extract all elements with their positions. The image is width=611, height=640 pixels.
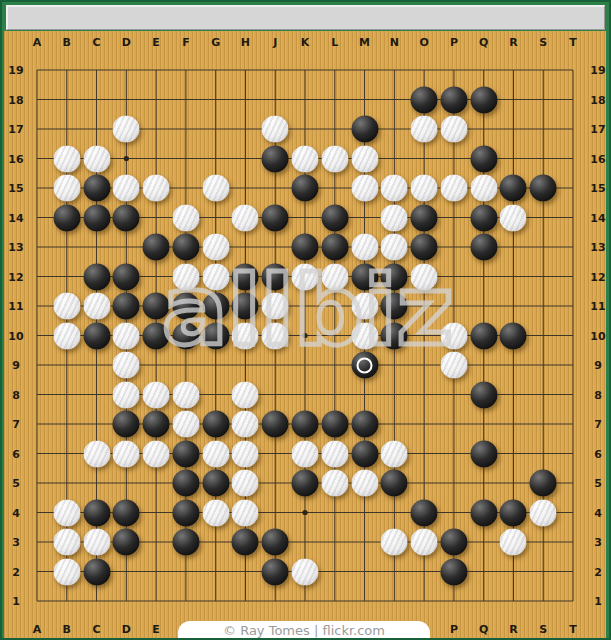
stone-white-N13[interactable] [381,234,408,261]
stone-black-N12[interactable] [381,263,408,290]
col-label-top-G: G [211,36,220,49]
row-label-right-4: 4 [594,506,602,519]
stone-black-K7[interactable] [292,411,319,438]
stone-white-D9[interactable] [113,352,140,379]
stone-white-C3[interactable] [83,529,110,556]
row-label-left-4: 4 [12,506,20,519]
col-label-bottom-A: A [33,623,42,636]
row-label-left-15: 15 [8,182,23,195]
stone-black-B14[interactable] [53,204,80,231]
credit-box: © Ray Tomes | flickr.com [178,621,430,640]
stone-white-G6[interactable] [202,440,229,467]
row-label-right-5: 5 [594,477,602,490]
col-label-top-J: J [273,36,277,49]
stone-black-J2[interactable] [262,558,289,585]
stone-white-B10[interactable] [53,322,80,349]
stone-black-L14[interactable] [321,204,348,231]
row-label-right-10: 10 [590,329,605,342]
stone-black-J7[interactable] [262,411,289,438]
stone-white-C16[interactable] [83,145,110,172]
col-label-bottom-P: P [450,623,458,636]
col-label-top-Q: Q [479,36,488,49]
stone-black-P3[interactable] [440,529,467,556]
row-label-right-11: 11 [590,300,605,313]
stone-white-P17[interactable] [440,116,467,143]
row-label-left-14: 14 [8,211,23,224]
col-label-top-A: A [33,36,42,49]
stone-white-J17[interactable] [262,116,289,143]
row-label-right-17: 17 [590,123,605,136]
stone-white-H5[interactable] [232,470,259,497]
stone-black-C2[interactable] [83,558,110,585]
row-label-right-14: 14 [590,211,605,224]
stone-black-F10[interactable] [172,322,199,349]
stone-white-J10[interactable] [262,322,289,349]
row-label-right-19: 19 [590,64,605,77]
last-move-marker [357,357,373,373]
stone-black-Q10[interactable] [470,322,497,349]
stone-white-B2[interactable] [53,558,80,585]
stone-white-N6[interactable] [381,440,408,467]
stone-black-M17[interactable] [351,116,378,143]
row-label-left-1: 1 [12,595,20,608]
stone-black-E10[interactable] [143,322,170,349]
stone-white-P9[interactable] [440,352,467,379]
stone-black-R10[interactable] [500,322,527,349]
stone-black-P2[interactable] [440,558,467,585]
stone-white-F7[interactable] [172,411,199,438]
stone-black-S5[interactable] [530,470,557,497]
stone-white-D17[interactable] [113,116,140,143]
stone-black-J16[interactable] [262,145,289,172]
stone-black-D4[interactable] [113,499,140,526]
stone-black-D3[interactable] [113,529,140,556]
row-label-right-9: 9 [594,359,602,372]
col-label-bottom-Q: Q [479,623,488,636]
stone-white-L12[interactable] [321,263,348,290]
stone-white-L6[interactable] [321,440,348,467]
col-label-top-C: C [93,36,101,49]
stone-white-C11[interactable] [83,293,110,320]
row-label-left-2: 2 [12,565,20,578]
stone-white-B11[interactable] [53,293,80,320]
row-label-left-11: 11 [8,300,23,313]
stone-white-E6[interactable] [143,440,170,467]
stone-black-Q14[interactable] [470,204,497,231]
row-label-left-13: 13 [8,241,23,254]
stone-black-L7[interactable] [321,411,348,438]
col-label-bottom-E: E [152,623,160,636]
stone-black-F13[interactable] [172,234,199,261]
col-label-top-F: F [182,36,190,49]
stone-black-D12[interactable] [113,263,140,290]
stone-black-D14[interactable] [113,204,140,231]
stone-black-K13[interactable] [292,234,319,261]
stone-white-E8[interactable] [143,381,170,408]
stone-black-F5[interactable] [172,470,199,497]
col-label-top-H: H [241,36,250,49]
stone-black-K15[interactable] [292,175,319,202]
stone-white-O15[interactable] [411,175,438,202]
stone-black-E13[interactable] [143,234,170,261]
row-label-right-15: 15 [590,182,605,195]
stone-black-C14[interactable] [83,204,110,231]
stone-black-Q16[interactable] [470,145,497,172]
col-label-top-B: B [63,36,71,49]
stone-white-G12[interactable] [202,263,229,290]
row-label-right-3: 3 [594,536,602,549]
stone-black-G7[interactable] [202,411,229,438]
stone-black-H11[interactable] [232,293,259,320]
row-label-left-5: 5 [12,477,20,490]
row-label-left-16: 16 [8,152,23,165]
col-label-top-M: M [359,36,370,49]
stone-black-C12[interactable] [83,263,110,290]
stone-white-C6[interactable] [83,440,110,467]
stone-white-Q15[interactable] [470,175,497,202]
stone-white-D10[interactable] [113,322,140,349]
stone-black-C4[interactable] [83,499,110,526]
col-label-top-R: R [509,36,517,49]
row-label-right-13: 13 [590,241,605,254]
stone-white-H14[interactable] [232,204,259,231]
row-label-left-9: 9 [12,359,20,372]
row-label-left-19: 19 [8,64,23,77]
stone-white-K6[interactable] [292,440,319,467]
col-label-bottom-D: D [122,623,131,636]
stone-black-C10[interactable] [83,322,110,349]
row-label-right-16: 16 [590,152,605,165]
stone-white-K12[interactable] [292,263,319,290]
row-label-left-12: 12 [8,270,23,283]
stone-white-H4[interactable] [232,499,259,526]
col-label-top-D: D [122,36,131,49]
stone-white-O17[interactable] [411,116,438,143]
stone-white-N14[interactable] [381,204,408,231]
stone-black-L13[interactable] [321,234,348,261]
stone-black-D11[interactable] [113,293,140,320]
stone-black-P18[interactable] [440,86,467,113]
stone-black-Q4[interactable] [470,499,497,526]
row-label-left-17: 17 [8,123,23,136]
stone-white-G4[interactable] [202,499,229,526]
stone-white-D8[interactable] [113,381,140,408]
stone-white-R3[interactable] [500,529,527,556]
stone-white-B15[interactable] [53,175,80,202]
stone-white-N3[interactable] [381,529,408,556]
stone-white-N15[interactable] [381,175,408,202]
stone-white-H10[interactable] [232,322,259,349]
stone-white-D15[interactable] [113,175,140,202]
stone-black-J3[interactable] [262,529,289,556]
stone-white-P15[interactable] [440,175,467,202]
stone-black-E11[interactable] [143,293,170,320]
stone-black-O4[interactable] [411,499,438,526]
stone-black-O14[interactable] [411,204,438,231]
window-title-bar [6,5,605,30]
col-label-top-L: L [331,36,338,49]
stone-black-J14[interactable] [262,204,289,231]
stone-white-F12[interactable] [172,263,199,290]
row-label-right-18: 18 [590,93,605,106]
stone-black-D7[interactable] [113,411,140,438]
credit-text: © Ray Tomes | flickr.com [223,623,385,638]
col-label-bottom-R: R [509,623,517,636]
stone-white-M13[interactable] [351,234,378,261]
stone-white-K16[interactable] [292,145,319,172]
stone-black-E7[interactable] [143,411,170,438]
stone-white-M10[interactable] [351,322,378,349]
row-label-right-6: 6 [594,447,602,460]
col-label-top-O: O [419,36,428,49]
stone-black-K5[interactable] [292,470,319,497]
stone-black-C15[interactable] [83,175,110,202]
stone-white-G13[interactable] [202,234,229,261]
stone-white-S4[interactable] [530,499,557,526]
stone-white-M11[interactable] [351,293,378,320]
stone-black-N10[interactable] [381,322,408,349]
stone-white-B3[interactable] [53,529,80,556]
stone-black-H3[interactable] [232,529,259,556]
stone-black-M12[interactable] [351,263,378,290]
stone-black-Q18[interactable] [470,86,497,113]
stone-black-M9[interactable] [351,352,378,379]
stone-black-F6[interactable] [172,440,199,467]
stone-white-H6[interactable] [232,440,259,467]
stone-white-G15[interactable] [202,175,229,202]
stone-white-B4[interactable] [53,499,80,526]
col-label-bottom-C: C [93,623,101,636]
stone-black-R4[interactable] [500,499,527,526]
stone-black-F4[interactable] [172,499,199,526]
stone-black-M7[interactable] [351,411,378,438]
stone-white-H8[interactable] [232,381,259,408]
row-label-left-18: 18 [8,93,23,106]
stone-black-F3[interactable] [172,529,199,556]
stone-white-L5[interactable] [321,470,348,497]
col-label-bottom-S: S [539,623,547,636]
stone-black-J12[interactable] [262,263,289,290]
stone-black-R15[interactable] [500,175,527,202]
stone-white-M15[interactable] [351,175,378,202]
stone-black-N11[interactable] [381,293,408,320]
row-label-left-10: 10 [8,329,23,342]
stone-black-G11[interactable] [202,293,229,320]
col-label-top-T: T [569,36,577,49]
col-label-bottom-T: T [569,623,577,636]
stone-black-Q8[interactable] [470,381,497,408]
col-label-top-N: N [390,36,399,49]
stone-black-O13[interactable] [411,234,438,261]
row-label-left-8: 8 [12,388,20,401]
col-label-bottom-B: B [63,623,71,636]
stone-white-K2[interactable] [292,558,319,585]
stone-white-L16[interactable] [321,145,348,172]
stone-white-J11[interactable] [262,293,289,320]
row-label-left-7: 7 [12,418,20,431]
stone-black-S15[interactable] [530,175,557,202]
stone-white-E15[interactable] [143,175,170,202]
row-label-right-2: 2 [594,565,602,578]
stone-white-M5[interactable] [351,470,378,497]
stone-black-M6[interactable] [351,440,378,467]
col-label-top-K: K [301,36,310,49]
stone-white-R14[interactable] [500,204,527,231]
stone-black-F11[interactable] [172,293,199,320]
row-label-right-8: 8 [594,388,602,401]
row-label-right-7: 7 [594,418,602,431]
stone-white-B16[interactable] [53,145,80,172]
stone-black-Q6[interactable] [470,440,497,467]
stone-black-Q13[interactable] [470,234,497,261]
row-label-right-1: 1 [594,595,602,608]
row-label-right-12: 12 [590,270,605,283]
stone-white-O12[interactable] [411,263,438,290]
stone-black-O18[interactable] [411,86,438,113]
go-app-window: ABCDEFGHJKLMNOPQRST ABCDEFGHJKLMNOPQRST … [0,0,611,640]
col-label-top-P: P [450,36,458,49]
stone-black-G10[interactable] [202,322,229,349]
col-label-top-E: E [152,36,160,49]
row-label-left-3: 3 [12,536,20,549]
stone-white-D6[interactable] [113,440,140,467]
row-label-left-6: 6 [12,447,20,460]
stone-white-O3[interactable] [411,529,438,556]
stone-white-M16[interactable] [351,145,378,172]
stone-white-F8[interactable] [172,381,199,408]
stone-black-N5[interactable] [381,470,408,497]
stone-black-H12[interactable] [232,263,259,290]
col-label-top-S: S [539,36,547,49]
stone-white-P10[interactable] [440,322,467,349]
stone-white-H7[interactable] [232,411,259,438]
stone-black-G5[interactable] [202,470,229,497]
stone-white-F14[interactable] [172,204,199,231]
